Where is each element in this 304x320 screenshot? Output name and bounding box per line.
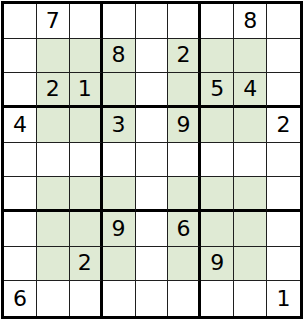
- cell-r2c6: 2: [168, 39, 201, 74]
- cell-r1c6[interactable]: [168, 4, 201, 39]
- given-digit: 8: [112, 44, 126, 66]
- given-digit: 3: [112, 114, 126, 136]
- cell-r8c7: 9: [201, 247, 234, 282]
- given-digit: 5: [210, 78, 224, 100]
- cell-r8c1[interactable]: [4, 247, 37, 282]
- cell-r9c2[interactable]: [37, 281, 70, 316]
- cell-r1c9[interactable]: [267, 4, 300, 39]
- given-digit: 1: [78, 78, 92, 100]
- cell-r4c4: 3: [103, 108, 136, 143]
- given-digit: 9: [210, 252, 224, 274]
- cell-r9c3[interactable]: [70, 281, 103, 316]
- cell-r4c2[interactable]: [37, 108, 70, 143]
- cell-r9c9: 1: [267, 281, 300, 316]
- cell-r5c5[interactable]: [136, 143, 169, 178]
- cell-r7c2[interactable]: [37, 212, 70, 247]
- given-digit: 9: [176, 114, 190, 136]
- cell-r7c1[interactable]: [4, 212, 37, 247]
- cell-r4c3[interactable]: [70, 108, 103, 143]
- cell-r4c5[interactable]: [136, 108, 169, 143]
- cell-r3c3: 1: [70, 73, 103, 108]
- cell-r7c6: 6: [168, 212, 201, 247]
- cell-r6c6[interactable]: [168, 177, 201, 212]
- cell-r1c5[interactable]: [136, 4, 169, 39]
- cell-r2c9[interactable]: [267, 39, 300, 74]
- cell-r2c8[interactable]: [234, 39, 267, 74]
- given-digit: 8: [243, 10, 257, 32]
- cell-r3c8: 4: [234, 73, 267, 108]
- given-digit: 2: [277, 114, 291, 136]
- cell-r4c6: 9: [168, 108, 201, 143]
- cell-r8c4[interactable]: [103, 247, 136, 282]
- cell-r2c2[interactable]: [37, 39, 70, 74]
- cell-r4c8[interactable]: [234, 108, 267, 143]
- cell-r6c9[interactable]: [267, 177, 300, 212]
- cell-r6c4[interactable]: [103, 177, 136, 212]
- cell-r7c8[interactable]: [234, 212, 267, 247]
- cell-r8c3: 2: [70, 247, 103, 282]
- cell-r5c9[interactable]: [267, 143, 300, 178]
- cell-r3c7: 5: [201, 73, 234, 108]
- given-digit: 4: [13, 114, 27, 136]
- cell-r4c9: 2: [267, 108, 300, 143]
- cell-r8c2[interactable]: [37, 247, 70, 282]
- cell-r8c6[interactable]: [168, 247, 201, 282]
- cell-r6c5[interactable]: [136, 177, 169, 212]
- cell-r1c4[interactable]: [103, 4, 136, 39]
- cell-r4c1: 4: [4, 108, 37, 143]
- cell-r2c5[interactable]: [136, 39, 169, 74]
- sudoku-board: 788221544392962961: [1, 1, 303, 319]
- cell-r8c8[interactable]: [234, 247, 267, 282]
- cell-r1c2: 7: [37, 4, 70, 39]
- cell-r9c7[interactable]: [201, 281, 234, 316]
- cell-r9c4[interactable]: [103, 281, 136, 316]
- cell-r9c5[interactable]: [136, 281, 169, 316]
- cell-r3c2: 2: [37, 73, 70, 108]
- cell-r5c2[interactable]: [37, 143, 70, 178]
- cell-r1c1[interactable]: [4, 4, 37, 39]
- cell-r7c7[interactable]: [201, 212, 234, 247]
- cell-r1c3[interactable]: [70, 4, 103, 39]
- cell-r4c7[interactable]: [201, 108, 234, 143]
- cell-r6c2[interactable]: [37, 177, 70, 212]
- given-digit: 7: [46, 10, 60, 32]
- cell-r5c8[interactable]: [234, 143, 267, 178]
- cell-r3c9[interactable]: [267, 73, 300, 108]
- given-digit: 2: [176, 44, 190, 66]
- cell-r6c8[interactable]: [234, 177, 267, 212]
- given-digit: 2: [46, 78, 60, 100]
- cell-r9c8[interactable]: [234, 281, 267, 316]
- cell-r6c7[interactable]: [201, 177, 234, 212]
- cell-r5c1[interactable]: [4, 143, 37, 178]
- given-digit: 2: [78, 252, 92, 274]
- cell-r8c5[interactable]: [136, 247, 169, 282]
- cell-r7c3[interactable]: [70, 212, 103, 247]
- cell-r6c1[interactable]: [4, 177, 37, 212]
- given-digit: 9: [112, 218, 126, 240]
- cell-r3c5[interactable]: [136, 73, 169, 108]
- given-digit: 6: [13, 288, 27, 310]
- cell-r6c3[interactable]: [70, 177, 103, 212]
- cell-r9c1: 6: [4, 281, 37, 316]
- cell-r1c8: 8: [234, 4, 267, 39]
- cell-r5c6[interactable]: [168, 143, 201, 178]
- cell-r9c6[interactable]: [168, 281, 201, 316]
- cell-r2c3[interactable]: [70, 39, 103, 74]
- cell-r2c4: 8: [103, 39, 136, 74]
- cell-r7c9[interactable]: [267, 212, 300, 247]
- cell-r8c9[interactable]: [267, 247, 300, 282]
- cell-r7c5[interactable]: [136, 212, 169, 247]
- cell-r7c4: 9: [103, 212, 136, 247]
- cell-r1c7[interactable]: [201, 4, 234, 39]
- given-digit: 1: [277, 288, 291, 310]
- cell-r3c6[interactable]: [168, 73, 201, 108]
- cell-r5c3[interactable]: [70, 143, 103, 178]
- cell-r5c4[interactable]: [103, 143, 136, 178]
- cell-r2c7[interactable]: [201, 39, 234, 74]
- cell-r2c1[interactable]: [4, 39, 37, 74]
- cell-r3c1[interactable]: [4, 73, 37, 108]
- given-digit: 6: [176, 218, 190, 240]
- cell-r5c7[interactable]: [201, 143, 234, 178]
- cell-r3c4[interactable]: [103, 73, 136, 108]
- given-digit: 4: [243, 78, 257, 100]
